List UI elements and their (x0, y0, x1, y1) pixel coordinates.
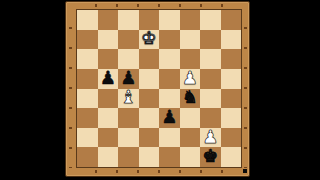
frame-tick-marks-bottom (76, 170, 242, 173)
square-d3 (139, 108, 160, 128)
frame-tick-marks-top (76, 4, 242, 7)
square-h1 (221, 147, 242, 167)
square-b2 (98, 128, 119, 148)
piece-white-pawn: ♟ (182, 69, 198, 87)
piece-black-knight: ♞ (182, 89, 198, 107)
letterboxed-stage: ♚♟♟♟♝♞♟♟♚ (0, 0, 320, 180)
square-g1: ♚ (200, 147, 221, 167)
frame-tick-marks-right (244, 9, 247, 168)
piece-white-king: ♚ (141, 30, 157, 48)
square-c2 (118, 128, 139, 148)
square-h8 (221, 10, 242, 30)
square-c5: ♟ (118, 69, 139, 89)
square-e4 (159, 89, 180, 109)
square-d5 (139, 69, 160, 89)
piece-black-pawn: ♟ (120, 69, 136, 87)
square-e5 (159, 69, 180, 89)
square-h2 (221, 128, 242, 148)
square-b6 (98, 49, 119, 69)
square-c4: ♝ (118, 89, 139, 109)
square-f7 (180, 30, 201, 50)
square-b4 (98, 89, 119, 109)
square-h7 (221, 30, 242, 50)
square-g6 (200, 49, 221, 69)
square-g8 (200, 10, 221, 30)
piece-black-pawn: ♟ (161, 108, 177, 126)
square-a1 (77, 147, 98, 167)
square-e8 (159, 10, 180, 30)
square-f6 (180, 49, 201, 69)
square-a3 (77, 108, 98, 128)
square-b7 (98, 30, 119, 50)
square-b5: ♟ (98, 69, 119, 89)
square-f5: ♟ (180, 69, 201, 89)
square-g5 (200, 69, 221, 89)
square-b8 (98, 10, 119, 30)
square-e3: ♟ (159, 108, 180, 128)
square-h4 (221, 89, 242, 109)
square-c8 (118, 10, 139, 30)
chess-board: ♚♟♟♟♝♞♟♟♚ (76, 9, 242, 168)
square-e7 (159, 30, 180, 50)
piece-white-bishop: ♝ (120, 89, 136, 107)
square-c1 (118, 147, 139, 167)
square-g2: ♟ (200, 128, 221, 148)
square-b3 (98, 108, 119, 128)
square-e1 (159, 147, 180, 167)
piece-black-pawn: ♟ (100, 69, 116, 87)
square-a6 (77, 49, 98, 69)
square-d2 (139, 128, 160, 148)
square-a4 (77, 89, 98, 109)
square-h6 (221, 49, 242, 69)
square-a2 (77, 128, 98, 148)
square-f4: ♞ (180, 89, 201, 109)
square-d4 (139, 89, 160, 109)
square-g4 (200, 89, 221, 109)
square-a5 (77, 69, 98, 89)
square-e6 (159, 49, 180, 69)
square-f1 (180, 147, 201, 167)
move-indicator-dot (243, 169, 247, 173)
square-h5 (221, 69, 242, 89)
square-g7 (200, 30, 221, 50)
square-h3 (221, 108, 242, 128)
wooden-board-frame: ♚♟♟♟♝♞♟♟♚ (65, 1, 250, 177)
square-d1 (139, 147, 160, 167)
piece-black-king: ♚ (202, 147, 218, 165)
square-d6 (139, 49, 160, 69)
square-d8 (139, 10, 160, 30)
square-a8 (77, 10, 98, 30)
square-a7 (77, 30, 98, 50)
square-g3 (200, 108, 221, 128)
square-f3 (180, 108, 201, 128)
square-c6 (118, 49, 139, 69)
square-f8 (180, 10, 201, 30)
square-f2 (180, 128, 201, 148)
square-c7 (118, 30, 139, 50)
frame-tick-marks-left (69, 9, 72, 168)
square-b1 (98, 147, 119, 167)
square-d7: ♚ (139, 30, 160, 50)
piece-white-pawn: ♟ (202, 128, 218, 146)
square-c3 (118, 108, 139, 128)
square-e2 (159, 128, 180, 148)
